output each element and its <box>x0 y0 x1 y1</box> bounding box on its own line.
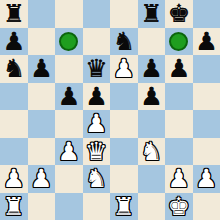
piece-white-rook[interactable]: ♜ <box>3 193 25 218</box>
square-h3[interactable] <box>193 138 221 166</box>
square-d2[interactable]: ♞ <box>83 165 111 193</box>
square-b2[interactable]: ♟ <box>28 165 56 193</box>
square-c7[interactable] <box>55 28 83 56</box>
square-b5[interactable] <box>28 83 56 111</box>
square-f2[interactable] <box>138 165 166 193</box>
square-d3[interactable]: ♛ <box>83 138 111 166</box>
square-g2[interactable]: ♟ <box>165 165 193 193</box>
square-b7[interactable] <box>28 28 56 56</box>
square-h1[interactable] <box>193 193 221 221</box>
square-a1[interactable]: ♜ <box>0 193 28 221</box>
square-b8[interactable] <box>28 0 56 28</box>
square-d8[interactable] <box>83 0 111 28</box>
piece-white-pawn[interactable]: ♟ <box>30 166 52 191</box>
piece-white-knight[interactable]: ♞ <box>140 138 162 163</box>
square-g1[interactable]: ♚ <box>165 193 193 221</box>
piece-black-rook[interactable]: ♜ <box>140 1 162 26</box>
square-c3[interactable]: ♟ <box>55 138 83 166</box>
piece-white-pawn[interactable]: ♟ <box>58 138 80 163</box>
square-c8[interactable] <box>55 0 83 28</box>
square-e7[interactable]: ♞ <box>110 28 138 56</box>
piece-black-knight[interactable]: ♞ <box>113 28 135 53</box>
square-f6[interactable]: ♟ <box>138 55 166 83</box>
piece-black-pawn[interactable]: ♟ <box>195 28 217 53</box>
square-d7[interactable] <box>83 28 111 56</box>
piece-white-queen[interactable]: ♛ <box>85 138 107 163</box>
square-b6[interactable]: ♟ <box>28 55 56 83</box>
piece-black-pawn[interactable]: ♟ <box>140 56 162 81</box>
square-f1[interactable] <box>138 193 166 221</box>
square-a6[interactable]: ♞ <box>0 55 28 83</box>
piece-black-knight[interactable]: ♞ <box>3 56 25 81</box>
square-a8[interactable]: ♜ <box>0 0 28 28</box>
square-d4[interactable]: ♟ <box>83 110 111 138</box>
square-g7[interactable] <box>165 28 193 56</box>
square-c6[interactable] <box>55 55 83 83</box>
square-a2[interactable]: ♟ <box>0 165 28 193</box>
piece-black-pawn[interactable]: ♟ <box>85 83 107 108</box>
square-b4[interactable] <box>28 110 56 138</box>
square-h7[interactable]: ♟ <box>193 28 221 56</box>
green-circle-marker <box>169 32 188 51</box>
square-c4[interactable] <box>55 110 83 138</box>
chess-board: ♜♜♚♟♞♟♞♟♛♟♟♟♟♟♟♟♟♛♞♟♟♞♟♟♜♜♚ <box>0 0 220 220</box>
square-h5[interactable] <box>193 83 221 111</box>
piece-black-pawn[interactable]: ♟ <box>58 83 80 108</box>
piece-black-rook[interactable]: ♜ <box>3 1 25 26</box>
square-e8[interactable] <box>110 0 138 28</box>
square-a4[interactable] <box>0 110 28 138</box>
piece-white-rook[interactable]: ♜ <box>113 193 135 218</box>
piece-white-pawn[interactable]: ♟ <box>168 166 190 191</box>
piece-black-pawn[interactable]: ♟ <box>3 28 25 53</box>
square-e3[interactable] <box>110 138 138 166</box>
square-h4[interactable] <box>193 110 221 138</box>
square-e1[interactable]: ♜ <box>110 193 138 221</box>
square-b1[interactable] <box>28 193 56 221</box>
square-d1[interactable] <box>83 193 111 221</box>
piece-white-knight[interactable]: ♞ <box>85 166 107 191</box>
square-e4[interactable] <box>110 110 138 138</box>
square-a7[interactable]: ♟ <box>0 28 28 56</box>
square-h2[interactable]: ♟ <box>193 165 221 193</box>
piece-black-pawn[interactable]: ♟ <box>168 56 190 81</box>
piece-black-king[interactable]: ♚ <box>168 1 190 26</box>
square-g5[interactable] <box>165 83 193 111</box>
piece-white-pawn[interactable]: ♟ <box>3 166 25 191</box>
square-e2[interactable] <box>110 165 138 193</box>
piece-black-pawn[interactable]: ♟ <box>30 56 52 81</box>
square-c1[interactable] <box>55 193 83 221</box>
square-g4[interactable] <box>165 110 193 138</box>
square-c5[interactable]: ♟ <box>55 83 83 111</box>
square-d5[interactable]: ♟ <box>83 83 111 111</box>
piece-white-pawn[interactable]: ♟ <box>195 166 217 191</box>
square-g6[interactable]: ♟ <box>165 55 193 83</box>
piece-white-pawn[interactable]: ♟ <box>85 111 107 136</box>
square-h6[interactable] <box>193 55 221 83</box>
square-c2[interactable] <box>55 165 83 193</box>
square-f5[interactable]: ♟ <box>138 83 166 111</box>
square-f7[interactable] <box>138 28 166 56</box>
square-b3[interactable] <box>28 138 56 166</box>
square-f3[interactable]: ♞ <box>138 138 166 166</box>
square-d6[interactable]: ♛ <box>83 55 111 83</box>
square-f8[interactable]: ♜ <box>138 0 166 28</box>
square-a3[interactable] <box>0 138 28 166</box>
piece-black-pawn[interactable]: ♟ <box>140 83 162 108</box>
square-f4[interactable] <box>138 110 166 138</box>
square-e6[interactable]: ♟ <box>110 55 138 83</box>
piece-black-queen[interactable]: ♛ <box>85 56 107 81</box>
square-h8[interactable] <box>193 0 221 28</box>
square-g8[interactable]: ♚ <box>165 0 193 28</box>
piece-white-king[interactable]: ♚ <box>168 193 190 218</box>
square-e5[interactable] <box>110 83 138 111</box>
green-circle-marker <box>59 32 78 51</box>
square-a5[interactable] <box>0 83 28 111</box>
square-g3[interactable] <box>165 138 193 166</box>
piece-white-pawn[interactable]: ♟ <box>113 56 135 81</box>
